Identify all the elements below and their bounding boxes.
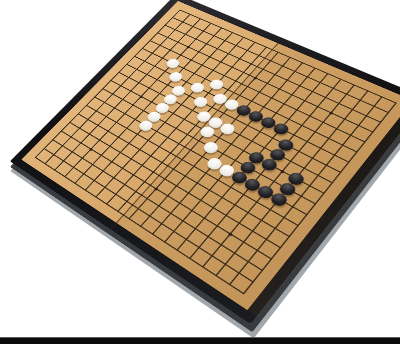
product-photo-stage (0, 0, 400, 344)
go-board (35, 10, 396, 294)
bottom-black-strip (0, 337, 400, 344)
